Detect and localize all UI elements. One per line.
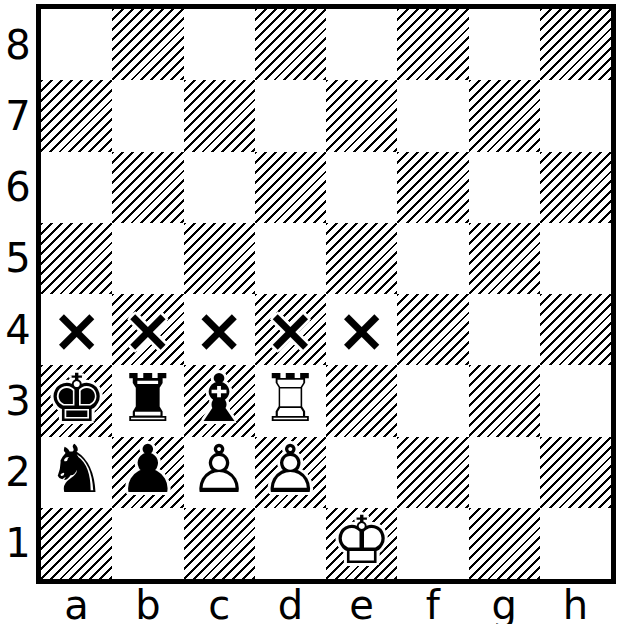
- square-c5: [184, 223, 255, 294]
- square-a1: [41, 508, 112, 579]
- file-label-a: a: [41, 585, 112, 624]
- square-b7: [112, 80, 183, 151]
- square-h6: [540, 152, 611, 223]
- square-e8: [326, 9, 397, 80]
- square-a3: ♚♚: [41, 365, 112, 436]
- square-d4: ×: [255, 294, 326, 365]
- square-d3: ♜♖: [255, 365, 326, 436]
- square-a8: [41, 9, 112, 80]
- square-d7: [255, 80, 326, 151]
- square-b4: ×: [112, 294, 183, 365]
- square-e5: [326, 223, 397, 294]
- square-g1: [469, 508, 540, 579]
- x-mark-d4: ×: [255, 294, 326, 365]
- square-a4: ×: [41, 294, 112, 365]
- white-rook: ♖: [255, 365, 326, 436]
- square-b6: [112, 152, 183, 223]
- square-a7: [41, 80, 112, 151]
- square-f5: [397, 223, 468, 294]
- rank-label-1: 1: [0, 508, 36, 579]
- square-c1: [184, 508, 255, 579]
- square-e4: ×: [326, 294, 397, 365]
- rank-label-8: 8: [0, 9, 36, 80]
- square-g5: [469, 223, 540, 294]
- file-label-d: d: [255, 585, 326, 624]
- square-h2: [540, 437, 611, 508]
- square-d1: [255, 508, 326, 579]
- square-d2: ♟♙: [255, 437, 326, 508]
- square-g7: [469, 80, 540, 151]
- square-g4: [469, 294, 540, 365]
- square-h7: [540, 80, 611, 151]
- board-frame: ×××××♚♚♜♜♝♝♜♖♞♞♟♟♟♙♟♙♚♔: [36, 4, 616, 584]
- square-b1: [112, 508, 183, 579]
- square-g6: [469, 152, 540, 223]
- rank-label-7: 7: [0, 80, 36, 151]
- white-pawn: ♙: [255, 437, 326, 508]
- rank-label-6: 6: [0, 152, 36, 223]
- black-king: ♚: [41, 365, 112, 436]
- square-b3: ♜♜: [112, 365, 183, 436]
- file-label-b: b: [112, 585, 183, 624]
- file-label-e: e: [326, 585, 397, 624]
- square-e3: [326, 365, 397, 436]
- square-h5: [540, 223, 611, 294]
- black-rook: ♜: [112, 365, 183, 436]
- square-g3: [469, 365, 540, 436]
- white-king: ♔: [326, 508, 397, 579]
- square-c6: [184, 152, 255, 223]
- square-b8: [112, 9, 183, 80]
- square-c2: ♟♙: [184, 437, 255, 508]
- square-f2: [397, 437, 468, 508]
- square-c3: ♝♝: [184, 365, 255, 436]
- x-mark-a4: ×: [41, 294, 112, 365]
- rank-label-2: 2: [0, 437, 36, 508]
- square-e1: ♚♔: [326, 508, 397, 579]
- rank-label-3: 3: [0, 365, 36, 436]
- file-label-h: h: [540, 585, 611, 624]
- x-mark-e4: ×: [326, 294, 397, 365]
- square-a6: [41, 152, 112, 223]
- chess-diagram-page: 87654321 ×××××♚♚♜♜♝♝♜♖♞♞♟♟♟♙♟♙♚♔ abcdefg…: [0, 0, 624, 624]
- square-a5: [41, 223, 112, 294]
- square-c7: [184, 80, 255, 151]
- square-h1: [540, 508, 611, 579]
- square-f8: [397, 9, 468, 80]
- rank-label-4: 4: [0, 294, 36, 365]
- square-g2: [469, 437, 540, 508]
- x-mark-c4: ×: [184, 294, 255, 365]
- square-d6: [255, 152, 326, 223]
- square-f3: [397, 365, 468, 436]
- square-b5: [112, 223, 183, 294]
- square-h3: [540, 365, 611, 436]
- file-label-g: g: [469, 585, 540, 624]
- square-e6: [326, 152, 397, 223]
- square-d8: [255, 9, 326, 80]
- square-a2: ♞♞: [41, 437, 112, 508]
- rank-label-5: 5: [0, 223, 36, 294]
- square-c8: [184, 9, 255, 80]
- square-f6: [397, 152, 468, 223]
- square-f4: [397, 294, 468, 365]
- square-h4: [540, 294, 611, 365]
- file-labels: abcdefgh: [41, 585, 611, 623]
- file-label-f: f: [397, 585, 468, 624]
- square-f1: [397, 508, 468, 579]
- square-e7: [326, 80, 397, 151]
- rank-labels: 87654321: [0, 9, 36, 579]
- square-c4: ×: [184, 294, 255, 365]
- square-b2: ♟♟: [112, 437, 183, 508]
- square-h8: [540, 9, 611, 80]
- square-g8: [469, 9, 540, 80]
- square-e2: [326, 437, 397, 508]
- white-pawn: ♙: [184, 437, 255, 508]
- chess-board: ×××××♚♚♜♜♝♝♜♖♞♞♟♟♟♙♟♙♚♔: [41, 9, 611, 579]
- square-d5: [255, 223, 326, 294]
- black-bishop: ♝: [184, 365, 255, 436]
- black-knight: ♞: [41, 437, 112, 508]
- x-mark-b4: ×: [112, 294, 183, 365]
- black-pawn: ♟: [112, 437, 183, 508]
- square-f7: [397, 80, 468, 151]
- file-label-c: c: [184, 585, 255, 624]
